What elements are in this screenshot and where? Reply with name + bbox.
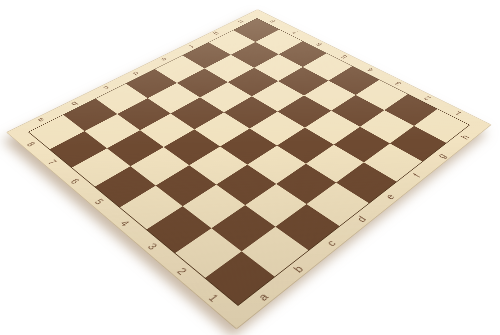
rank-left-label: 1: [207, 292, 221, 303]
board-shadow: abcdefgh abcdefgh 87654321 87654321: [0, 0, 500, 335]
file-bottom-label: h: [460, 134, 471, 141]
rank-left-label: 6: [69, 177, 81, 185]
rank-right-label: 7: [291, 30, 300, 35]
file-bottom-label: c: [325, 239, 338, 248]
file-bottom-label: b: [292, 264, 305, 274]
rank-right-label: 2: [422, 95, 432, 101]
rank-right-label: 3: [393, 81, 403, 87]
rank-left-label: 8: [25, 141, 37, 148]
playing-area: [28, 18, 470, 306]
rank-left-label: 5: [93, 197, 106, 205]
file-top-label: f: [188, 44, 195, 48]
rank-right-label: 5: [339, 54, 348, 59]
chessboard-mat: abcdefgh abcdefgh 87654321 87654321: [6, 9, 491, 329]
rank-left-label: 7: [46, 158, 58, 165]
file-bottom-label: f: [412, 172, 422, 178]
rank-left-label: 3: [146, 242, 159, 252]
rank-right-label: 6: [314, 42, 323, 47]
file-bottom-label: g: [436, 152, 448, 159]
rank-right-label: 4: [366, 67, 375, 72]
file-bottom-label: d: [355, 215, 368, 224]
photo-background: abcdefgh abcdefgh 87654321 87654321: [0, 0, 500, 335]
rank-right-label: 1: [453, 110, 463, 116]
rank-left-label: 2: [175, 266, 189, 276]
file-bottom-label: a: [256, 291, 270, 302]
rank-right-label: 8: [268, 19, 277, 23]
file-bottom-label: e: [384, 192, 396, 200]
rank-left-label: 4: [119, 219, 132, 228]
